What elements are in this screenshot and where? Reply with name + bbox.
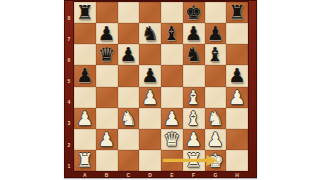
- square-c7[interactable]: [118, 23, 140, 44]
- square-g5[interactable]: [205, 65, 227, 86]
- square-d7[interactable]: ♞: [139, 23, 161, 44]
- white-rook[interactable]: ♜: [185, 151, 202, 170]
- black-rook[interactable]: ♜: [229, 3, 246, 22]
- square-c1[interactable]: [118, 150, 140, 171]
- square-h5[interactable]: ♟: [226, 65, 248, 86]
- square-h8[interactable]: ♜: [226, 2, 248, 23]
- white-pawn[interactable]: ♟: [76, 109, 93, 128]
- square-e1[interactable]: [161, 150, 183, 171]
- rank-label-8: 8: [68, 15, 71, 20]
- white-pawn[interactable]: ♟: [163, 109, 180, 128]
- square-f3[interactable]: ♝: [183, 108, 205, 129]
- square-e6[interactable]: [161, 44, 183, 65]
- white-queen[interactable]: ♛: [163, 130, 180, 149]
- square-c8[interactable]: [118, 2, 140, 23]
- chess-board[interactable]: ♜♚♜♟♞♝♟♟♛♟♞♝♟♟♟♟♝♟♟♞♟♝♞♟♛♟♟♜♜♚: [74, 2, 248, 171]
- square-a5[interactable]: ♟: [74, 65, 96, 86]
- square-a6[interactable]: [74, 44, 96, 65]
- square-b6[interactable]: ♛: [96, 44, 118, 65]
- white-king[interactable]: ♚: [207, 151, 224, 170]
- board-screenshot: ♜♚♜♟♞♝♟♟♛♟♞♝♟♟♟♟♝♟♟♞♟♝♞♟♛♟♟♜♜♚ 87654321A…: [0, 0, 320, 180]
- black-bishop[interactable]: ♝: [163, 24, 180, 43]
- file-label-c: C: [127, 172, 131, 177]
- square-d8[interactable]: [139, 2, 161, 23]
- white-pawn[interactable]: ♟: [207, 130, 224, 149]
- black-king[interactable]: ♚: [185, 3, 202, 22]
- square-g3[interactable]: ♞: [205, 108, 227, 129]
- square-e3[interactable]: ♟: [161, 108, 183, 129]
- square-f8[interactable]: ♚: [183, 2, 205, 23]
- rank-label-5: 5: [68, 79, 71, 84]
- square-a1[interactable]: ♜: [74, 150, 96, 171]
- file-label-h: H: [235, 172, 239, 177]
- black-pawn[interactable]: ♟: [229, 66, 246, 85]
- rank-label-2: 2: [68, 142, 71, 147]
- file-label-g: G: [213, 172, 217, 177]
- square-g4[interactable]: [205, 87, 227, 108]
- rank-label-7: 7: [68, 36, 71, 41]
- square-g1[interactable]: ♚: [205, 150, 227, 171]
- square-e4[interactable]: [161, 87, 183, 108]
- white-pawn[interactable]: ♟: [98, 130, 115, 149]
- file-label-a: A: [83, 172, 87, 177]
- rank-label-6: 6: [68, 58, 71, 63]
- black-pawn[interactable]: ♟: [207, 24, 224, 43]
- white-bishop[interactable]: ♝: [185, 88, 202, 107]
- square-g8[interactable]: [205, 2, 227, 23]
- square-e2[interactable]: ♛: [161, 129, 183, 150]
- square-c4[interactable]: [118, 87, 140, 108]
- white-pawn[interactable]: ♟: [229, 88, 246, 107]
- square-g7[interactable]: ♟: [205, 23, 227, 44]
- black-queen[interactable]: ♛: [98, 45, 115, 64]
- black-pawn[interactable]: ♟: [185, 24, 202, 43]
- white-knight[interactable]: ♞: [120, 109, 137, 128]
- square-c6[interactable]: ♟: [118, 44, 140, 65]
- square-d5[interactable]: ♟: [139, 65, 161, 86]
- square-d2[interactable]: [139, 129, 161, 150]
- square-h3[interactable]: [226, 108, 248, 129]
- rank-label-4: 4: [68, 100, 71, 105]
- square-c5[interactable]: [118, 65, 140, 86]
- square-b5[interactable]: [96, 65, 118, 86]
- square-d6[interactable]: [139, 44, 161, 65]
- square-f7[interactable]: ♟: [183, 23, 205, 44]
- black-bishop[interactable]: ♝: [207, 45, 224, 64]
- white-bishop[interactable]: ♝: [185, 109, 202, 128]
- square-b3[interactable]: [96, 108, 118, 129]
- square-g6[interactable]: ♝: [205, 44, 227, 65]
- black-rook[interactable]: ♜: [76, 3, 93, 22]
- rank-label-3: 3: [68, 121, 71, 126]
- square-c2[interactable]: [118, 129, 140, 150]
- square-h2[interactable]: [226, 129, 248, 150]
- black-knight[interactable]: ♞: [185, 45, 202, 64]
- square-b8[interactable]: [96, 2, 118, 23]
- square-c3[interactable]: ♞: [118, 108, 140, 129]
- square-f6[interactable]: ♞: [183, 44, 205, 65]
- white-pawn[interactable]: ♟: [185, 130, 202, 149]
- square-e5[interactable]: [161, 65, 183, 86]
- square-a4[interactable]: [74, 87, 96, 108]
- file-label-e: E: [170, 172, 173, 177]
- square-f4[interactable]: ♝: [183, 87, 205, 108]
- black-pawn[interactable]: ♟: [98, 24, 115, 43]
- square-h6[interactable]: [226, 44, 248, 65]
- file-label-b: B: [105, 172, 109, 177]
- black-knight[interactable]: ♞: [142, 24, 159, 43]
- black-pawn[interactable]: ♟: [120, 45, 137, 64]
- square-a8[interactable]: ♜: [74, 2, 96, 23]
- square-d1[interactable]: [139, 150, 161, 171]
- square-a7[interactable]: [74, 23, 96, 44]
- white-rook[interactable]: ♜: [76, 151, 93, 170]
- square-g2[interactable]: ♟: [205, 129, 227, 150]
- square-b7[interactable]: ♟: [96, 23, 118, 44]
- black-pawn[interactable]: ♟: [76, 66, 93, 85]
- square-b1[interactable]: [96, 150, 118, 171]
- file-label-f: F: [192, 172, 195, 177]
- square-b4[interactable]: [96, 87, 118, 108]
- square-e8[interactable]: [161, 2, 183, 23]
- white-pawn[interactable]: ♟: [142, 88, 159, 107]
- square-h4[interactable]: ♟: [226, 87, 248, 108]
- square-a2[interactable]: [74, 129, 96, 150]
- white-knight[interactable]: ♞: [207, 109, 224, 128]
- square-e7[interactable]: ♝: [161, 23, 183, 44]
- square-h7[interactable]: [226, 23, 248, 44]
- square-f5[interactable]: [183, 65, 205, 86]
- square-f2[interactable]: ♟: [183, 129, 205, 150]
- chess-board-frame: ♜♚♜♟♞♝♟♟♛♟♞♝♟♟♟♟♝♟♟♞♟♝♞♟♛♟♟♜♜♚ 87654321A…: [64, 0, 257, 178]
- square-d3[interactable]: [139, 108, 161, 129]
- square-f1[interactable]: ♜: [183, 150, 205, 171]
- black-pawn[interactable]: ♟: [142, 66, 159, 85]
- square-d4[interactable]: ♟: [139, 87, 161, 108]
- square-a3[interactable]: ♟: [74, 108, 96, 129]
- square-b2[interactable]: ♟: [96, 129, 118, 150]
- rank-label-1: 1: [68, 163, 71, 168]
- file-label-d: D: [148, 172, 152, 177]
- square-h1[interactable]: [226, 150, 248, 171]
